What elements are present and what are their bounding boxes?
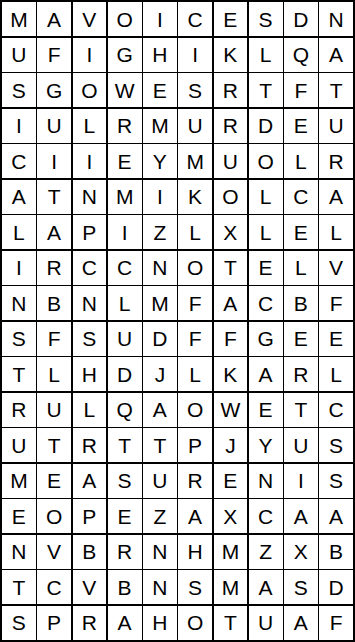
grid-cell[interactable]: A bbox=[319, 38, 353, 72]
grid-cell[interactable]: E bbox=[249, 251, 283, 285]
grid-cell[interactable]: F bbox=[178, 322, 212, 356]
grid-cell[interactable]: U bbox=[249, 606, 283, 640]
grid-cell[interactable]: E bbox=[37, 464, 71, 498]
grid-cell[interactable]: I bbox=[143, 180, 177, 214]
grid-cell[interactable]: R bbox=[108, 109, 142, 143]
grid-cell[interactable]: A bbox=[319, 499, 353, 533]
grid-cell[interactable]: T bbox=[249, 73, 283, 107]
grid-cell[interactable]: R bbox=[214, 73, 248, 107]
grid-cell[interactable]: F bbox=[214, 322, 248, 356]
grid-cell[interactable]: I bbox=[284, 464, 318, 498]
grid-cell[interactable]: M bbox=[108, 180, 142, 214]
grid-cell[interactable]: R bbox=[178, 464, 212, 498]
grid-cell[interactable]: D bbox=[249, 109, 283, 143]
grid-cell[interactable]: T bbox=[284, 393, 318, 427]
grid-cell[interactable]: P bbox=[178, 428, 212, 462]
grid-cell[interactable]: R bbox=[2, 393, 36, 427]
grid-cell[interactable]: C bbox=[73, 251, 107, 285]
grid-cell[interactable]: N bbox=[143, 251, 177, 285]
grid-cell[interactable]: I bbox=[73, 144, 107, 178]
grid-cell[interactable]: C bbox=[249, 286, 283, 320]
grid-cell[interactable]: U bbox=[178, 109, 212, 143]
grid-cell[interactable]: P bbox=[73, 215, 107, 249]
grid-cell[interactable]: B bbox=[319, 535, 353, 569]
grid-cell[interactable]: M bbox=[143, 286, 177, 320]
grid-cell[interactable]: R bbox=[214, 109, 248, 143]
grid-cell[interactable]: P bbox=[37, 606, 71, 640]
grid-cell[interactable]: M bbox=[178, 144, 212, 178]
grid-cell[interactable]: U bbox=[319, 109, 353, 143]
grid-cell[interactable]: Z bbox=[249, 535, 283, 569]
grid-cell[interactable]: B bbox=[284, 286, 318, 320]
grid-cell[interactable]: Y bbox=[143, 144, 177, 178]
grid-cell[interactable]: T bbox=[37, 180, 71, 214]
grid-cell[interactable]: N bbox=[73, 180, 107, 214]
grid-cell[interactable]: L bbox=[249, 38, 283, 72]
grid-cell[interactable]: E bbox=[2, 499, 36, 533]
grid-cell[interactable]: T bbox=[143, 428, 177, 462]
grid-cell[interactable]: R bbox=[37, 251, 71, 285]
grid-cell[interactable]: N bbox=[73, 286, 107, 320]
grid-cell[interactable]: N bbox=[2, 535, 36, 569]
grid-cell[interactable]: O bbox=[214, 180, 248, 214]
grid-cell[interactable]: D bbox=[319, 570, 353, 604]
grid-cell[interactable]: I bbox=[2, 251, 36, 285]
grid-cell[interactable]: I bbox=[108, 215, 142, 249]
grid-cell[interactable]: E bbox=[249, 393, 283, 427]
grid-cell[interactable]: T bbox=[2, 357, 36, 391]
grid-cell[interactable]: A bbox=[2, 180, 36, 214]
grid-cell[interactable]: F bbox=[319, 606, 353, 640]
grid-cell[interactable]: C bbox=[108, 251, 142, 285]
grid-cell[interactable]: K bbox=[214, 38, 248, 72]
grid-cell[interactable]: U bbox=[214, 144, 248, 178]
grid-cell[interactable]: O bbox=[178, 393, 212, 427]
grid-cell[interactable]: M bbox=[2, 464, 36, 498]
grid-cell[interactable]: J bbox=[214, 428, 248, 462]
grid-cell[interactable]: T bbox=[37, 428, 71, 462]
grid-cell[interactable]: C bbox=[178, 2, 212, 36]
grid-cell[interactable]: A bbox=[284, 499, 318, 533]
grid-cell[interactable]: O bbox=[178, 251, 212, 285]
grid-cell[interactable]: F bbox=[284, 73, 318, 107]
grid-cell[interactable]: E bbox=[214, 464, 248, 498]
grid-cell[interactable]: V bbox=[73, 2, 107, 36]
grid-cell[interactable]: I bbox=[178, 38, 212, 72]
grid-cell[interactable]: Q bbox=[108, 393, 142, 427]
grid-cell[interactable]: A bbox=[37, 2, 71, 36]
grid-cell[interactable]: N bbox=[2, 286, 36, 320]
grid-cell[interactable]: E bbox=[284, 215, 318, 249]
grid-cell[interactable]: R bbox=[73, 428, 107, 462]
grid-cell[interactable]: U bbox=[108, 322, 142, 356]
grid-cell[interactable]: D bbox=[143, 322, 177, 356]
grid-cell[interactable]: S bbox=[249, 2, 283, 36]
grid-cell[interactable]: Q bbox=[284, 38, 318, 72]
grid-cell[interactable]: L bbox=[178, 215, 212, 249]
grid-cell[interactable]: R bbox=[108, 535, 142, 569]
grid-cell[interactable]: E bbox=[108, 144, 142, 178]
grid-cell[interactable]: S bbox=[2, 606, 36, 640]
grid-cell[interactable]: U bbox=[37, 109, 71, 143]
grid-cell[interactable]: X bbox=[284, 535, 318, 569]
grid-cell[interactable]: A bbox=[249, 357, 283, 391]
grid-cell[interactable]: C bbox=[249, 499, 283, 533]
grid-cell[interactable]: T bbox=[2, 570, 36, 604]
grid-cell[interactable]: E bbox=[284, 109, 318, 143]
grid-cell[interactable]: Z bbox=[143, 215, 177, 249]
grid-cell[interactable]: H bbox=[143, 606, 177, 640]
grid-cell[interactable]: C bbox=[319, 393, 353, 427]
grid-cell[interactable]: L bbox=[249, 180, 283, 214]
grid-cell[interactable]: M bbox=[214, 570, 248, 604]
grid-cell[interactable]: S bbox=[178, 570, 212, 604]
grid-cell[interactable]: I bbox=[2, 109, 36, 143]
grid-cell[interactable]: C bbox=[2, 144, 36, 178]
grid-cell[interactable]: T bbox=[319, 73, 353, 107]
grid-cell[interactable]: M bbox=[2, 2, 36, 36]
grid-cell[interactable]: N bbox=[319, 2, 353, 36]
grid-cell[interactable]: A bbox=[319, 180, 353, 214]
grid-cell[interactable]: C bbox=[284, 180, 318, 214]
grid-cell[interactable]: O bbox=[249, 144, 283, 178]
grid-cell[interactable]: L bbox=[73, 393, 107, 427]
grid-cell[interactable]: L bbox=[108, 286, 142, 320]
grid-cell[interactable]: S bbox=[73, 322, 107, 356]
grid-cell[interactable]: L bbox=[178, 357, 212, 391]
grid-cell[interactable]: G bbox=[37, 73, 71, 107]
grid-cell[interactable]: O bbox=[178, 606, 212, 640]
grid-cell[interactable]: T bbox=[214, 251, 248, 285]
grid-cell[interactable]: S bbox=[319, 464, 353, 498]
grid-cell[interactable]: I bbox=[73, 38, 107, 72]
grid-cell[interactable]: U bbox=[37, 393, 71, 427]
grid-cell[interactable]: E bbox=[143, 73, 177, 107]
grid-cell[interactable]: U bbox=[2, 38, 36, 72]
grid-cell[interactable]: N bbox=[143, 570, 177, 604]
grid-cell[interactable]: F bbox=[37, 38, 71, 72]
grid-cell[interactable]: A bbox=[178, 499, 212, 533]
grid-cell[interactable]: A bbox=[284, 606, 318, 640]
grid-cell[interactable]: P bbox=[73, 499, 107, 533]
grid-cell[interactable]: V bbox=[319, 251, 353, 285]
grid-cell[interactable]: D bbox=[108, 357, 142, 391]
grid-cell[interactable]: A bbox=[73, 464, 107, 498]
grid-cell[interactable]: E bbox=[214, 2, 248, 36]
grid-cell[interactable]: V bbox=[73, 570, 107, 604]
grid-cell[interactable]: R bbox=[73, 606, 107, 640]
grid-cell[interactable]: U bbox=[2, 428, 36, 462]
grid-cell[interactable]: N bbox=[143, 535, 177, 569]
grid-cell[interactable]: V bbox=[37, 535, 71, 569]
grid-cell[interactable]: U bbox=[284, 428, 318, 462]
grid-cell[interactable]: S bbox=[319, 428, 353, 462]
grid-cell[interactable]: U bbox=[143, 464, 177, 498]
grid-cell[interactable]: L bbox=[249, 215, 283, 249]
grid-cell[interactable]: R bbox=[284, 357, 318, 391]
grid-cell[interactable]: H bbox=[143, 38, 177, 72]
grid-cell[interactable]: J bbox=[143, 357, 177, 391]
grid-cell[interactable]: K bbox=[178, 180, 212, 214]
word-search-grid: MAVOICESDNUFIGHIKLQASGOWESRTFTIULRMURDEU… bbox=[0, 0, 355, 642]
grid-cell[interactable]: M bbox=[143, 109, 177, 143]
grid-cell[interactable]: E bbox=[319, 322, 353, 356]
grid-cell[interactable]: A bbox=[37, 215, 71, 249]
grid-cell[interactable]: W bbox=[214, 393, 248, 427]
grid-cell[interactable]: S bbox=[108, 464, 142, 498]
grid-cell[interactable]: Z bbox=[143, 499, 177, 533]
grid-cell[interactable]: L bbox=[284, 144, 318, 178]
grid-cell[interactable]: A bbox=[108, 606, 142, 640]
grid-cell[interactable]: F bbox=[319, 286, 353, 320]
grid-cell[interactable]: F bbox=[178, 286, 212, 320]
grid-cell[interactable]: A bbox=[214, 286, 248, 320]
grid-cell[interactable]: S bbox=[178, 73, 212, 107]
grid-cell[interactable]: H bbox=[73, 357, 107, 391]
grid-cell[interactable]: S bbox=[2, 73, 36, 107]
grid-cell[interactable]: L bbox=[37, 357, 71, 391]
grid-cell[interactable]: E bbox=[284, 322, 318, 356]
grid-cell[interactable]: B bbox=[37, 286, 71, 320]
grid-cell[interactable]: A bbox=[249, 570, 283, 604]
grid-cell[interactable]: G bbox=[249, 322, 283, 356]
grid-cell[interactable]: K bbox=[214, 357, 248, 391]
grid-cell[interactable]: L bbox=[319, 357, 353, 391]
grid-cell[interactable]: Y bbox=[249, 428, 283, 462]
grid-cell[interactable]: O bbox=[73, 73, 107, 107]
grid-cell[interactable]: O bbox=[37, 499, 71, 533]
grid-cell[interactable]: T bbox=[108, 428, 142, 462]
grid-cell[interactable]: N bbox=[249, 464, 283, 498]
grid-cell[interactable]: R bbox=[319, 144, 353, 178]
grid-cell[interactable]: L bbox=[2, 215, 36, 249]
grid-cell[interactable]: I bbox=[143, 2, 177, 36]
grid-cell[interactable]: O bbox=[108, 2, 142, 36]
grid-cell[interactable]: T bbox=[214, 606, 248, 640]
grid-cell[interactable]: F bbox=[37, 322, 71, 356]
grid-cell[interactable]: L bbox=[284, 251, 318, 285]
grid-cell[interactable]: S bbox=[284, 570, 318, 604]
grid-cell[interactable]: B bbox=[108, 570, 142, 604]
grid-cell[interactable]: M bbox=[214, 535, 248, 569]
grid-cell[interactable]: E bbox=[108, 499, 142, 533]
grid-cell[interactable]: W bbox=[108, 73, 142, 107]
grid-cell[interactable]: S bbox=[2, 322, 36, 356]
grid-cell[interactable]: X bbox=[214, 215, 248, 249]
grid-cell[interactable]: D bbox=[284, 2, 318, 36]
grid-cell[interactable]: H bbox=[178, 535, 212, 569]
grid-cell[interactable]: I bbox=[37, 144, 71, 178]
grid-cell[interactable]: L bbox=[319, 215, 353, 249]
grid-cell[interactable]: X bbox=[214, 499, 248, 533]
grid-cell[interactable]: A bbox=[143, 393, 177, 427]
grid-cell[interactable]: C bbox=[37, 570, 71, 604]
grid-cell[interactable]: L bbox=[73, 109, 107, 143]
grid-cell[interactable]: G bbox=[108, 38, 142, 72]
grid-cell[interactable]: B bbox=[73, 535, 107, 569]
